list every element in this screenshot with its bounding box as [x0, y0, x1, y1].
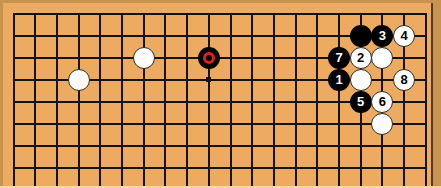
move-number-label: 5: [357, 95, 364, 108]
bottom-crop-strip: [0, 186, 441, 188]
red-circle-mark-icon: [203, 52, 215, 64]
black-stone-move-5: 5: [350, 91, 372, 113]
black-stone: [350, 25, 372, 47]
move-number-label: 3: [379, 29, 386, 42]
move-number-label: 6: [379, 95, 386, 108]
grid-vertical-line: [230, 13, 232, 187]
grid-vertical-line: [164, 13, 166, 187]
grid-vertical-line: [13, 13, 15, 187]
move-number-label: 1: [335, 73, 342, 86]
go-diagram: 34721856: [0, 0, 441, 188]
move-number-label: 7: [335, 51, 342, 64]
grid-vertical-line: [143, 13, 145, 187]
black-stone-move-3: 3: [371, 25, 393, 47]
move-number-label: 2: [357, 51, 364, 64]
white-stone-move-2: 2: [350, 47, 372, 69]
grid-vertical-line: [273, 13, 275, 187]
grid-vertical-line: [208, 13, 210, 187]
grid-vertical-line: [186, 13, 188, 187]
white-stone-move-8: 8: [393, 69, 415, 91]
grid-vertical-line: [338, 13, 340, 187]
grid-vertical-line: [34, 13, 36, 187]
star-point-marker: [206, 77, 211, 82]
grid-horizontal-line: [13, 13, 427, 15]
grid-vertical-line: [295, 13, 297, 187]
black-stone-move-7: 7: [328, 47, 350, 69]
white-stone-move-6: 6: [371, 91, 393, 113]
white-stone: [371, 113, 393, 135]
white-stone: [350, 69, 372, 91]
white-stone: [133, 47, 155, 69]
move-number-label: 8: [400, 73, 407, 86]
white-stone-move-4: 4: [393, 25, 415, 47]
grid-horizontal-line: [13, 167, 427, 169]
grid-vertical-line: [425, 13, 427, 187]
grid-vertical-line: [316, 13, 318, 187]
white-stone: [371, 47, 393, 69]
move-number-label: 4: [400, 29, 407, 42]
grid-vertical-line: [99, 13, 101, 187]
marked-black-stone: [198, 47, 220, 69]
grid-vertical-line: [121, 13, 123, 187]
board-overlay: 34721856: [0, 0, 441, 188]
black-stone-move-1: 1: [328, 69, 350, 91]
grid-vertical-line: [56, 13, 58, 187]
white-stone: [68, 69, 90, 91]
grid-vertical-line: [78, 13, 80, 187]
grid-vertical-line: [251, 13, 253, 187]
grid-horizontal-line: [13, 145, 427, 147]
grid-horizontal-line: [13, 123, 427, 125]
